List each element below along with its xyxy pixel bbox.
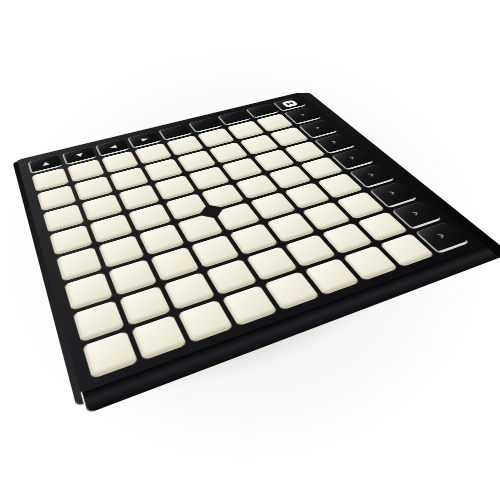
scene-chevron-icon: › [365, 170, 378, 178]
novation-logo-icon [280, 99, 299, 108]
scene-chevron-icon: › [408, 208, 423, 218]
scene-chevron-icon: › [433, 230, 449, 241]
scene-chevron-icon: › [346, 154, 358, 162]
up-arrow-icon: ▲ [41, 160, 49, 166]
scene-chevron-icon: › [312, 125, 323, 132]
scene-chevron-icon: › [385, 189, 399, 198]
photo-background: ▲▼◀▶›››››››› [0, 0, 500, 500]
down-arrow-icon: ▼ [75, 152, 84, 158]
right-arrow-icon: ▶ [140, 136, 149, 141]
launchpad-device: ▲▼◀▶›››››››› [16, 92, 488, 396]
scene-chevron-icon: › [328, 139, 339, 146]
scene-chevron-icon: › [297, 112, 307, 118]
left-arrow-icon: ◀ [108, 144, 117, 149]
